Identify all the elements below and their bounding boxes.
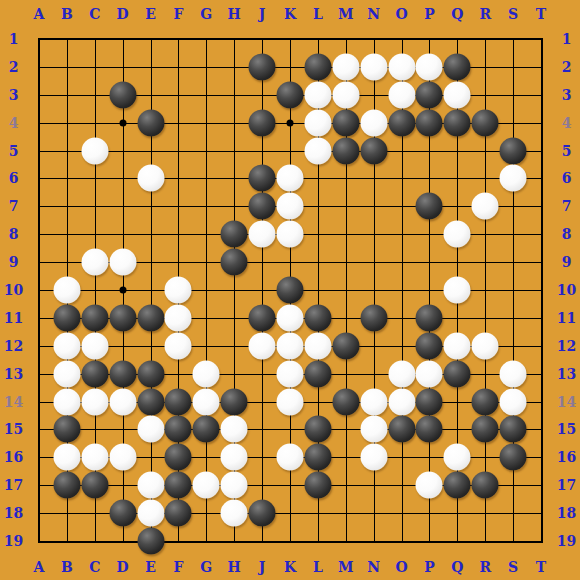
black-stone (472, 388, 499, 415)
column-label: E (145, 7, 156, 21)
white-stone (109, 388, 136, 415)
white-stone (277, 360, 304, 387)
white-stone (277, 444, 304, 471)
column-label: D (117, 560, 129, 574)
column-label: Q (451, 7, 463, 21)
row-label: 19 (4, 534, 23, 548)
white-stone (360, 388, 387, 415)
row-label: 2 (562, 60, 572, 74)
row-label: 5 (9, 144, 19, 158)
white-stone (277, 193, 304, 220)
column-label: R (479, 7, 491, 21)
white-stone (444, 444, 471, 471)
white-stone (53, 332, 80, 359)
row-label: 11 (4, 311, 23, 325)
column-label: T (536, 560, 546, 574)
row-label: 8 (9, 227, 19, 241)
row-label: 9 (562, 255, 572, 269)
white-stone (500, 360, 527, 387)
black-stone (416, 304, 443, 331)
white-stone (81, 249, 108, 276)
black-stone (472, 109, 499, 136)
row-label: 7 (9, 199, 19, 213)
black-stone (444, 472, 471, 499)
column-label: N (367, 7, 380, 21)
star-point (287, 119, 294, 126)
black-stone (221, 388, 248, 415)
black-stone (444, 109, 471, 136)
white-stone (277, 332, 304, 359)
black-stone (472, 472, 499, 499)
black-stone (165, 444, 192, 471)
black-stone (304, 304, 331, 331)
white-stone (165, 332, 192, 359)
black-stone (500, 416, 527, 443)
white-stone (249, 332, 276, 359)
white-stone (304, 137, 331, 164)
row-label: 1 (9, 32, 19, 46)
row-label: 5 (562, 144, 572, 158)
black-stone (416, 81, 443, 108)
black-stone (221, 249, 248, 276)
black-stone (444, 53, 471, 80)
white-stone (109, 249, 136, 276)
column-label: P (424, 560, 435, 574)
column-label: S (508, 560, 518, 574)
white-stone (304, 81, 331, 108)
white-stone (53, 388, 80, 415)
white-stone (444, 332, 471, 359)
row-label: 16 (4, 450, 23, 464)
column-label: T (536, 7, 546, 21)
white-stone (137, 472, 164, 499)
column-label: O (395, 560, 407, 574)
white-stone (221, 444, 248, 471)
row-label: 17 (4, 478, 23, 492)
column-label: K (284, 7, 296, 21)
row-label: 7 (562, 199, 572, 213)
white-stone (165, 277, 192, 304)
black-stone (332, 332, 359, 359)
column-label: J (259, 560, 266, 574)
black-stone (388, 416, 415, 443)
row-label: 10 (557, 283, 576, 297)
column-label: P (424, 7, 435, 21)
white-stone (472, 332, 499, 359)
row-label: 15 (4, 422, 23, 436)
star-point (119, 119, 126, 126)
black-stone (388, 109, 415, 136)
row-label: 8 (562, 227, 572, 241)
black-stone (137, 360, 164, 387)
white-stone (444, 277, 471, 304)
column-label: G (200, 560, 212, 574)
white-stone (165, 304, 192, 331)
black-stone (249, 500, 276, 527)
white-stone (137, 500, 164, 527)
white-stone (81, 444, 108, 471)
row-label: 11 (557, 311, 576, 325)
row-label: 9 (9, 255, 19, 269)
white-stone (193, 472, 220, 499)
white-stone (193, 360, 220, 387)
row-label: 12 (557, 339, 576, 353)
black-stone (416, 416, 443, 443)
row-label: 6 (562, 171, 572, 185)
row-label: 4 (562, 116, 572, 130)
black-stone (249, 193, 276, 220)
black-stone (304, 416, 331, 443)
white-stone (53, 360, 80, 387)
column-label: B (61, 7, 73, 21)
black-stone (137, 528, 164, 555)
black-stone (304, 472, 331, 499)
black-stone (137, 304, 164, 331)
column-label: F (173, 560, 183, 574)
row-label: 15 (557, 422, 576, 436)
black-stone (416, 193, 443, 220)
black-stone (277, 81, 304, 108)
row-label: 13 (4, 367, 23, 381)
white-stone (332, 53, 359, 80)
white-stone (416, 360, 443, 387)
white-stone (81, 332, 108, 359)
white-stone (193, 388, 220, 415)
black-stone (165, 500, 192, 527)
black-stone (277, 277, 304, 304)
black-stone (360, 137, 387, 164)
black-stone (109, 360, 136, 387)
black-stone (444, 360, 471, 387)
white-stone (304, 332, 331, 359)
column-label: M (338, 7, 354, 21)
white-stone (53, 444, 80, 471)
row-label: 10 (4, 283, 23, 297)
white-stone (277, 388, 304, 415)
white-stone (416, 53, 443, 80)
black-stone (53, 416, 80, 443)
white-stone (388, 388, 415, 415)
row-label: 19 (557, 534, 576, 548)
row-label: 18 (557, 506, 576, 520)
column-label: C (89, 560, 100, 574)
white-stone (360, 53, 387, 80)
column-label: O (395, 7, 407, 21)
column-label: J (259, 7, 266, 21)
column-label: E (145, 560, 156, 574)
white-stone (472, 193, 499, 220)
column-label: A (34, 7, 45, 21)
black-stone (416, 388, 443, 415)
column-label: L (313, 7, 323, 21)
white-stone (277, 221, 304, 248)
black-stone (500, 137, 527, 164)
white-stone (81, 388, 108, 415)
white-stone (500, 388, 527, 415)
black-stone (81, 360, 108, 387)
white-stone (388, 53, 415, 80)
black-stone (304, 444, 331, 471)
white-stone (332, 81, 359, 108)
row-label: 13 (557, 367, 576, 381)
white-stone (444, 221, 471, 248)
white-stone (81, 137, 108, 164)
column-label: A (34, 560, 45, 574)
row-label: 16 (557, 450, 576, 464)
black-stone (360, 304, 387, 331)
black-stone (165, 472, 192, 499)
black-stone (249, 109, 276, 136)
white-stone (304, 109, 331, 136)
column-label: M (338, 560, 354, 574)
black-stone (416, 109, 443, 136)
white-stone (360, 444, 387, 471)
star-point (119, 287, 126, 294)
row-label: 18 (4, 506, 23, 520)
black-stone (53, 304, 80, 331)
column-label: S (508, 7, 518, 21)
white-stone (360, 416, 387, 443)
white-stone (221, 416, 248, 443)
column-label: K (284, 560, 296, 574)
white-stone (444, 81, 471, 108)
row-label: 3 (9, 88, 19, 102)
white-stone (137, 416, 164, 443)
column-label: R (479, 560, 491, 574)
black-stone (249, 165, 276, 192)
row-label: 2 (9, 60, 19, 74)
black-stone (81, 304, 108, 331)
row-label: 3 (562, 88, 572, 102)
column-label: F (173, 7, 183, 21)
row-label: 14 (557, 395, 576, 409)
black-stone (500, 444, 527, 471)
white-stone (277, 304, 304, 331)
white-stone (360, 109, 387, 136)
black-stone (221, 221, 248, 248)
column-label: Q (451, 560, 463, 574)
column-label: D (117, 7, 129, 21)
white-stone (416, 472, 443, 499)
black-stone (137, 388, 164, 415)
column-label: C (89, 7, 100, 21)
white-stone (277, 165, 304, 192)
black-stone (193, 416, 220, 443)
white-stone (53, 277, 80, 304)
black-stone (472, 416, 499, 443)
white-stone (221, 472, 248, 499)
black-stone (332, 109, 359, 136)
column-label: L (313, 560, 323, 574)
black-stone (81, 472, 108, 499)
row-label: 17 (557, 478, 576, 492)
white-stone (137, 165, 164, 192)
row-label: 4 (9, 116, 19, 130)
black-stone (137, 109, 164, 136)
black-stone (165, 388, 192, 415)
black-stone (165, 416, 192, 443)
white-stone (221, 500, 248, 527)
column-label: H (228, 7, 241, 21)
white-stone (388, 81, 415, 108)
column-label: B (61, 560, 73, 574)
black-stone (249, 304, 276, 331)
black-stone (53, 472, 80, 499)
row-label: 6 (9, 171, 19, 185)
black-stone (109, 304, 136, 331)
column-label: G (200, 7, 212, 21)
row-label: 12 (4, 339, 23, 353)
white-stone (500, 165, 527, 192)
black-stone (109, 81, 136, 108)
black-stone (109, 500, 136, 527)
column-label: H (228, 560, 241, 574)
white-stone (249, 221, 276, 248)
row-label: 14 (4, 395, 23, 409)
black-stone (332, 388, 359, 415)
white-stone (388, 360, 415, 387)
row-label: 1 (562, 32, 572, 46)
white-stone (109, 444, 136, 471)
column-label: N (367, 560, 380, 574)
black-stone (249, 53, 276, 80)
go-board[interactable]: AABBCCDDEEFFGGHHJJKKLLMMNNOOPPQQRRSSTT11… (0, 0, 580, 580)
black-stone (416, 332, 443, 359)
black-stone (304, 53, 331, 80)
black-stone (304, 360, 331, 387)
black-stone (332, 137, 359, 164)
